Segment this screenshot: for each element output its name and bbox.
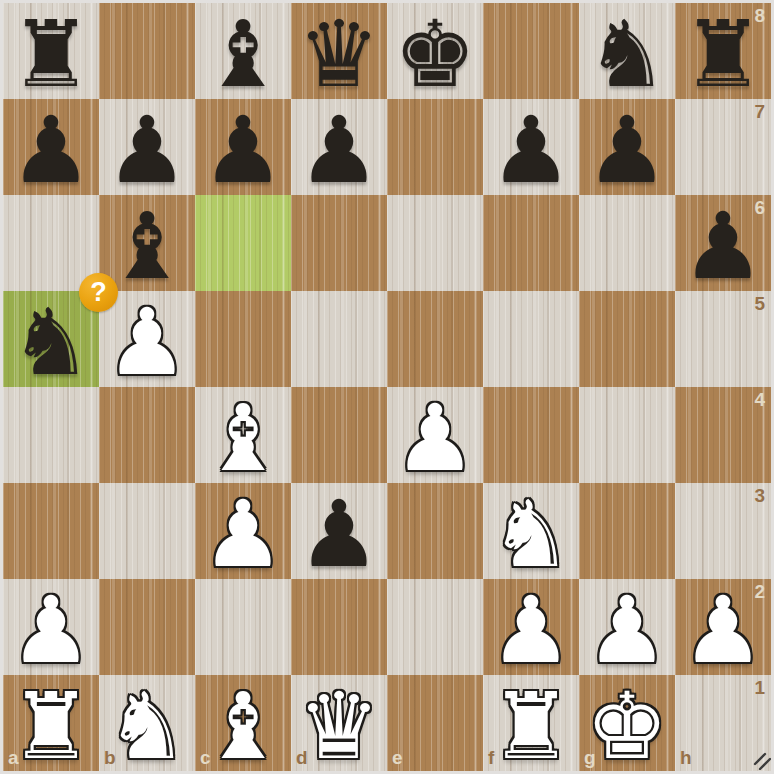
square-e8[interactable]: ♚ — [387, 3, 483, 99]
square-b5[interactable]: ♟ — [99, 291, 195, 387]
square-a7[interactable]: ♟ — [3, 99, 99, 195]
square-c7[interactable]: ♟ — [195, 99, 291, 195]
square-e1[interactable]: e — [387, 675, 483, 771]
square-f1[interactable]: ♜f — [483, 675, 579, 771]
white-king-g1[interactable]: ♚ — [579, 679, 675, 774]
rank-label-3: 3 — [754, 485, 765, 507]
white-pawn-b5[interactable]: ♟ — [99, 295, 195, 391]
white-pawn-a2[interactable]: ♟ — [3, 583, 99, 679]
white-bishop-c1[interactable]: ♝ — [195, 679, 291, 774]
square-e6[interactable] — [387, 195, 483, 291]
square-d8[interactable]: ♛ — [291, 3, 387, 99]
square-c2[interactable] — [195, 579, 291, 675]
square-a3[interactable] — [3, 483, 99, 579]
black-pawn-a7[interactable]: ♟ — [3, 103, 99, 199]
square-b8[interactable] — [99, 3, 195, 99]
square-g8[interactable]: ♞ — [579, 3, 675, 99]
file-label-h: h — [680, 747, 692, 769]
square-h6[interactable]: ♟6 — [675, 195, 771, 291]
black-pawn-d3[interactable]: ♟ — [291, 487, 387, 583]
square-a6[interactable] — [3, 195, 99, 291]
file-label-e: e — [392, 747, 403, 769]
square-c1[interactable]: ♝c — [195, 675, 291, 771]
square-f4[interactable] — [483, 387, 579, 483]
square-c5[interactable] — [195, 291, 291, 387]
white-pawn-h2[interactable]: ♟ — [675, 583, 771, 679]
square-c8[interactable]: ♝ — [195, 3, 291, 99]
square-g4[interactable] — [579, 387, 675, 483]
square-g1[interactable]: ♚g — [579, 675, 675, 771]
square-g2[interactable]: ♟ — [579, 579, 675, 675]
white-pawn-f2[interactable]: ♟ — [483, 583, 579, 679]
black-pawn-h6[interactable]: ♟ — [675, 199, 771, 295]
square-f5[interactable] — [483, 291, 579, 387]
black-rook-h8[interactable]: ♜ — [675, 7, 771, 103]
square-e2[interactable] — [387, 579, 483, 675]
black-pawn-g7[interactable]: ♟ — [579, 103, 675, 199]
mistake-annotation-badge: ? — [79, 273, 118, 312]
black-knight-g8[interactable]: ♞ — [579, 7, 675, 103]
black-rook-a8[interactable]: ♜ — [3, 7, 99, 103]
square-d4[interactable] — [291, 387, 387, 483]
square-c3[interactable]: ♟ — [195, 483, 291, 579]
square-g3[interactable] — [579, 483, 675, 579]
white-rook-a1[interactable]: ♜ — [3, 679, 99, 774]
rank-label-4: 4 — [754, 389, 765, 411]
square-b7[interactable]: ♟ — [99, 99, 195, 195]
square-d7[interactable]: ♟ — [291, 99, 387, 195]
square-c6[interactable] — [195, 195, 291, 291]
square-h3[interactable]: 3 — [675, 483, 771, 579]
square-b6[interactable]: ♝ — [99, 195, 195, 291]
white-pawn-c3[interactable]: ♟ — [195, 487, 291, 583]
square-e3[interactable] — [387, 483, 483, 579]
square-h5[interactable]: 5 — [675, 291, 771, 387]
square-g7[interactable]: ♟ — [579, 99, 675, 195]
black-pawn-c7[interactable]: ♟ — [195, 103, 291, 199]
white-pawn-e4[interactable]: ♟ — [387, 391, 483, 487]
square-e5[interactable] — [387, 291, 483, 387]
chess-board: ♜♝♛♚♞♜8♟♟♟♟♟♟7♝♟6♞♟5♝♟4♟♟♞3♟♟♟♟2♜a♞b♝c♛d… — [3, 3, 771, 771]
square-b3[interactable] — [99, 483, 195, 579]
square-d6[interactable] — [291, 195, 387, 291]
white-knight-f3[interactable]: ♞ — [483, 487, 579, 583]
square-f7[interactable]: ♟ — [483, 99, 579, 195]
black-pawn-d7[interactable]: ♟ — [291, 103, 387, 199]
square-a8[interactable]: ♜ — [3, 3, 99, 99]
square-a1[interactable]: ♜a — [3, 675, 99, 771]
black-bishop-c8[interactable]: ♝ — [195, 7, 291, 103]
square-f2[interactable]: ♟ — [483, 579, 579, 675]
square-d1[interactable]: ♛d — [291, 675, 387, 771]
square-f6[interactable] — [483, 195, 579, 291]
square-c4[interactable]: ♝ — [195, 387, 291, 483]
board-resize-handle-icon[interactable] — [753, 752, 771, 770]
black-king-e8[interactable]: ♚ — [387, 7, 483, 103]
square-b1[interactable]: ♞b — [99, 675, 195, 771]
square-f3[interactable]: ♞ — [483, 483, 579, 579]
square-d5[interactable] — [291, 291, 387, 387]
black-pawn-b7[interactable]: ♟ — [99, 103, 195, 199]
white-knight-b1[interactable]: ♞ — [99, 679, 195, 774]
board-frame: ♜♝♛♚♞♜8♟♟♟♟♟♟7♝♟6♞♟5♝♟4♟♟♞3♟♟♟♟2♜a♞b♝c♛d… — [0, 0, 774, 774]
square-h8[interactable]: ♜8 — [675, 3, 771, 99]
square-h7[interactable]: 7 — [675, 99, 771, 195]
square-a4[interactable] — [3, 387, 99, 483]
square-g6[interactable] — [579, 195, 675, 291]
square-h2[interactable]: ♟2 — [675, 579, 771, 675]
black-queen-d8[interactable]: ♛ — [291, 7, 387, 103]
white-queen-d1[interactable]: ♛ — [291, 679, 387, 774]
white-pawn-g2[interactable]: ♟ — [579, 583, 675, 679]
square-a2[interactable]: ♟ — [3, 579, 99, 675]
question-mark-icon: ? — [90, 277, 107, 307]
square-b2[interactable] — [99, 579, 195, 675]
black-knight-a5[interactable]: ♞ — [3, 295, 99, 391]
square-e7[interactable] — [387, 99, 483, 195]
square-g5[interactable] — [579, 291, 675, 387]
white-bishop-c4[interactable]: ♝ — [195, 391, 291, 487]
square-e4[interactable]: ♟ — [387, 387, 483, 483]
square-b4[interactable] — [99, 387, 195, 483]
white-rook-f1[interactable]: ♜ — [483, 679, 579, 774]
square-d3[interactable]: ♟ — [291, 483, 387, 579]
square-h4[interactable]: 4 — [675, 387, 771, 483]
square-f8[interactable] — [483, 3, 579, 99]
black-pawn-f7[interactable]: ♟ — [483, 103, 579, 199]
square-d2[interactable] — [291, 579, 387, 675]
